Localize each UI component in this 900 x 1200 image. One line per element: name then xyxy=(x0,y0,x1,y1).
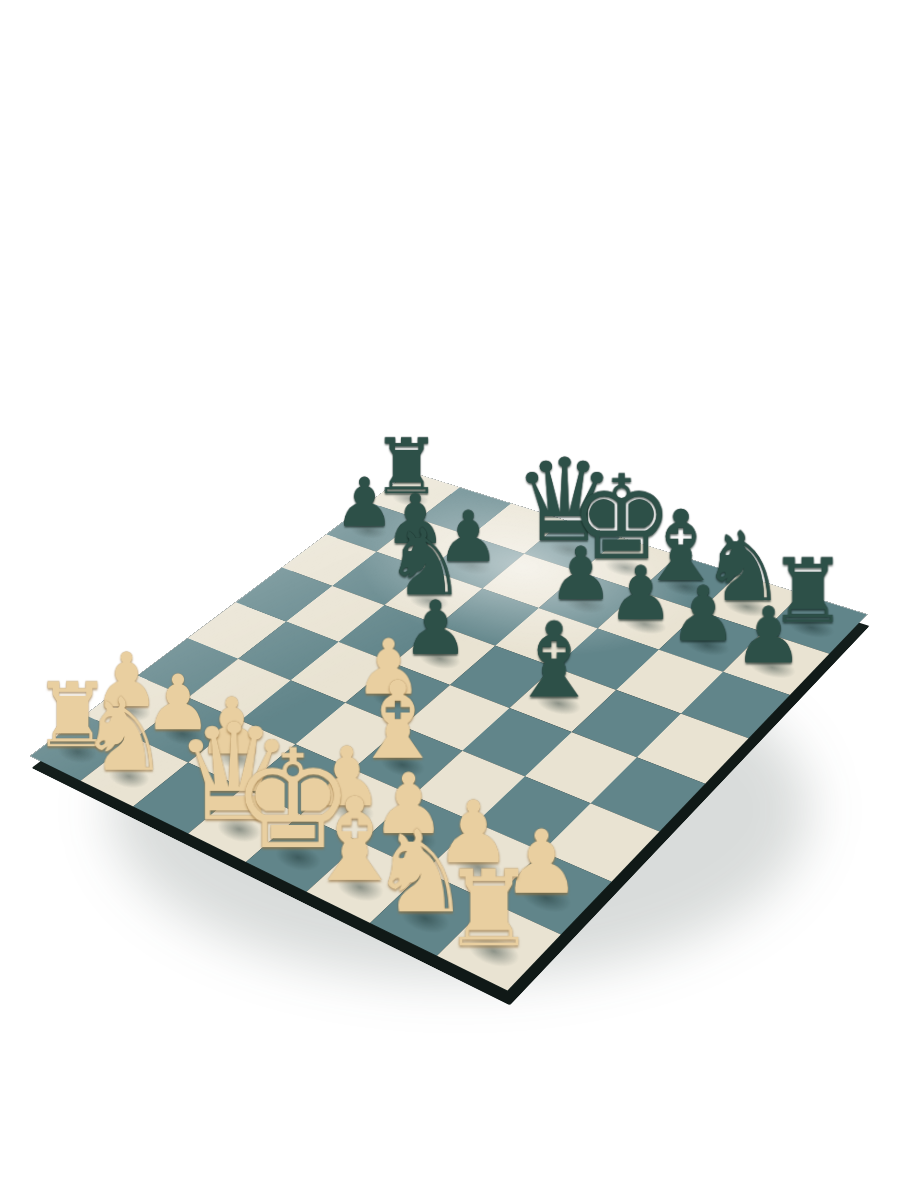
chess-scene: ♜♛♚♝♞♜♟♟♟♟♟♟♟♞♟♝♟♝♟♟♟♟♟♟♟♜♞♛♚♝♞♜ xyxy=(107,342,793,1028)
chess-board: ♜♛♚♝♞♜♟♟♟♟♟♟♟♞♟♝♟♝♟♟♟♟♟♟♟♜♞♛♚♝♞♜ xyxy=(30,472,867,990)
piece-black-bishop-f5: ♝ xyxy=(507,613,601,707)
piece-white-knight-b1: ♞ xyxy=(78,689,168,780)
chess-board-3d: ♜♛♚♝♞♜♟♟♟♟♟♟♟♞♟♝♟♝♟♟♟♟♟♟♟♜♞♛♚♝♞♜ xyxy=(30,472,867,990)
piece-black-pawn-h7: ♟ xyxy=(733,601,803,671)
product-photo: ♜♛♚♝♞♜♟♟♟♟♟♟♟♞♟♝♟♝♟♟♟♟♟♟♟♜♞♛♚♝♞♜ xyxy=(0,0,900,1200)
piece-white-rook-h1: ♜ xyxy=(441,862,535,956)
piece-black-pawn-g7: ♟ xyxy=(669,580,737,649)
piece-black-pawn-f7: ♟ xyxy=(607,560,674,627)
piece-black-pawn-e7: ♟ xyxy=(548,541,613,607)
